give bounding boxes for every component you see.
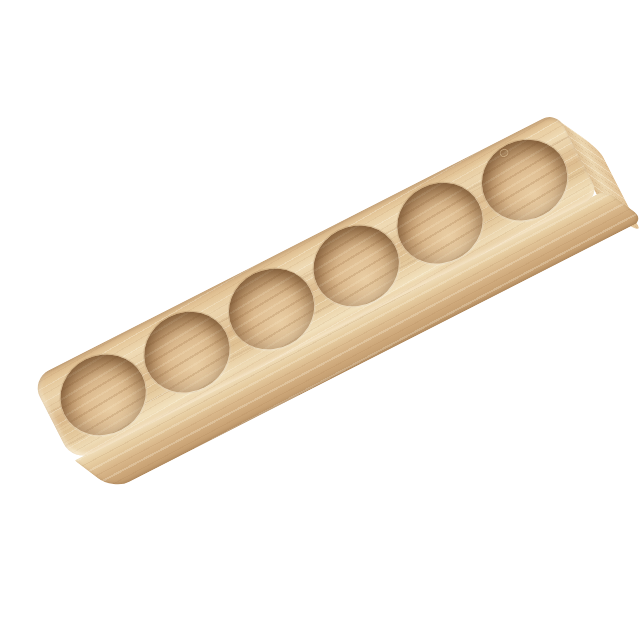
- mancala-board: [31, 112, 619, 503]
- product-photo-stage: [0, 0, 640, 640]
- board-top-face: [31, 112, 599, 464]
